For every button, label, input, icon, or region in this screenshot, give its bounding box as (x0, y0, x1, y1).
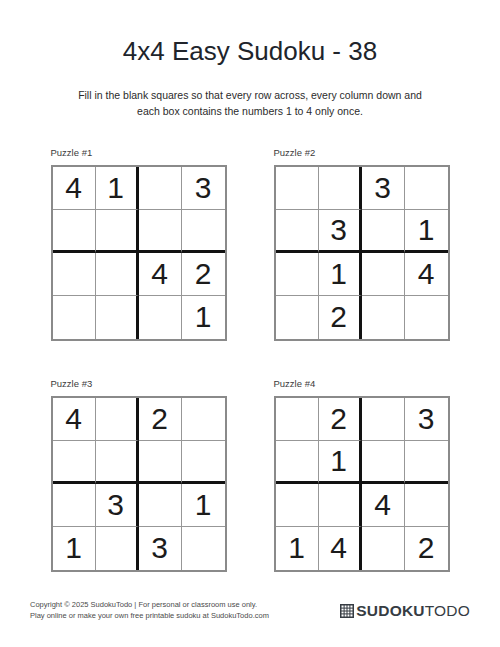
instructions-line-1: Fill in the blank squares so that every … (0, 88, 500, 104)
empty-cell-r1c3[interactable] (362, 398, 405, 441)
empty-cell-r1c1[interactable] (276, 167, 319, 210)
given-cell-r3c4: 4 (405, 253, 448, 296)
empty-cell-r4c3[interactable] (362, 296, 405, 339)
empty-cell-r2c4[interactable] (182, 441, 225, 484)
empty-cell-r4c4[interactable] (182, 527, 225, 570)
empty-cell-r3c3[interactable] (362, 253, 405, 296)
empty-cell-r3c2[interactable] (319, 484, 362, 527)
empty-cell-r4c3[interactable] (139, 296, 182, 339)
empty-cell-r1c2[interactable] (319, 167, 362, 210)
given-cell-r4c2: 2 (319, 296, 362, 339)
given-cell-r2c2: 3 (319, 210, 362, 253)
puzzle-2: Puzzle #2331142 (274, 147, 450, 341)
given-cell-r1c3: 3 (362, 167, 405, 210)
copyright-line-1: Copyright © 2025 SudokuTodo | For person… (30, 599, 269, 611)
empty-cell-r1c2[interactable] (96, 398, 139, 441)
empty-cell-r3c2[interactable] (96, 253, 139, 296)
puzzle-4-label: Puzzle #4 (274, 378, 450, 389)
puzzle-1-board: 413421 (51, 165, 227, 341)
empty-cell-r1c3[interactable] (139, 167, 182, 210)
empty-cell-r1c1[interactable] (276, 398, 319, 441)
given-cell-r1c3: 2 (139, 398, 182, 441)
empty-cell-r3c1[interactable] (53, 253, 96, 296)
empty-cell-r3c1[interactable] (276, 484, 319, 527)
given-cell-r1c2: 2 (319, 398, 362, 441)
empty-cell-r2c3[interactable] (139, 441, 182, 484)
given-cell-r3c2: 1 (319, 253, 362, 296)
instructions-line-2: each box contains the numbers 1 to 4 onl… (0, 104, 500, 120)
given-cell-r3c4: 2 (182, 253, 225, 296)
empty-cell-r2c1[interactable] (53, 441, 96, 484)
given-cell-r4c1: 1 (276, 527, 319, 570)
puzzle-1-label: Puzzle #1 (51, 147, 227, 158)
empty-cell-r2c3[interactable] (362, 210, 405, 253)
given-cell-r4c2: 4 (319, 527, 362, 570)
puzzle-4-board: 2314142 (274, 396, 450, 572)
grid-icon (340, 604, 356, 618)
logo-text-sudoku: SUDOKU (356, 602, 424, 619)
empty-cell-r2c1[interactable] (276, 441, 319, 484)
empty-cell-r3c1[interactable] (53, 484, 96, 527)
given-cell-r4c3: 3 (139, 527, 182, 570)
given-cell-r3c2: 3 (96, 484, 139, 527)
empty-cell-r4c2[interactable] (96, 527, 139, 570)
copyright-text: Copyright © 2025 SudokuTodo | For person… (30, 599, 269, 622)
given-cell-r3c4: 1 (182, 484, 225, 527)
given-cell-r1c4: 3 (405, 398, 448, 441)
given-cell-r1c1: 4 (53, 167, 96, 210)
empty-cell-r1c4[interactable] (182, 398, 225, 441)
puzzle-3-board: 423113 (51, 396, 227, 572)
given-cell-r2c4: 1 (405, 210, 448, 253)
puzzle-3: Puzzle #3423113 (51, 378, 227, 572)
empty-cell-r4c1[interactable] (53, 296, 96, 339)
empty-cell-r2c2[interactable] (96, 441, 139, 484)
empty-cell-r4c1[interactable] (276, 296, 319, 339)
sudoku-worksheet: 4x4 Easy Sudoku - 38 Fill in the blank s… (0, 0, 500, 647)
sudokutodo-logo: SUDOKUTODO (340, 602, 470, 620)
empty-cell-r2c1[interactable] (53, 210, 96, 253)
given-cell-r1c2: 1 (96, 167, 139, 210)
given-cell-r3c3: 4 (362, 484, 405, 527)
empty-cell-r2c3[interactable] (362, 441, 405, 484)
empty-cell-r2c1[interactable] (276, 210, 319, 253)
given-cell-r1c1: 4 (53, 398, 96, 441)
empty-cell-r3c1[interactable] (276, 253, 319, 296)
given-cell-r3c3: 4 (139, 253, 182, 296)
puzzle-2-label: Puzzle #2 (274, 147, 450, 158)
instructions: Fill in the blank squares so that every … (0, 88, 500, 120)
copyright-line-2: Play online or make your own free printa… (30, 610, 269, 622)
empty-cell-r4c3[interactable] (362, 527, 405, 570)
given-cell-r2c2: 1 (319, 441, 362, 484)
empty-cell-r3c3[interactable] (139, 484, 182, 527)
puzzles-grid: Puzzle #1413421Puzzle #2331142Puzzle #34… (0, 147, 500, 572)
empty-cell-r1c4[interactable] (405, 167, 448, 210)
given-cell-r4c1: 1 (53, 527, 96, 570)
empty-cell-r2c3[interactable] (139, 210, 182, 253)
empty-cell-r4c4[interactable] (405, 296, 448, 339)
empty-cell-r2c2[interactable] (96, 210, 139, 253)
given-cell-r1c4: 3 (182, 167, 225, 210)
puzzle-4: Puzzle #42314142 (274, 378, 450, 572)
given-cell-r4c4: 2 (405, 527, 448, 570)
puzzle-3-label: Puzzle #3 (51, 378, 227, 389)
logo-text-todo: TODO (425, 602, 470, 619)
empty-cell-r2c4[interactable] (182, 210, 225, 253)
empty-cell-r3c4[interactable] (405, 484, 448, 527)
given-cell-r4c4: 1 (182, 296, 225, 339)
puzzle-2-board: 331142 (274, 165, 450, 341)
empty-cell-r4c2[interactable] (96, 296, 139, 339)
page-title: 4x4 Easy Sudoku - 38 (0, 36, 500, 67)
empty-cell-r2c4[interactable] (405, 441, 448, 484)
puzzle-1: Puzzle #1413421 (51, 147, 227, 341)
logo-text: SUDOKUTODO (356, 602, 470, 620)
